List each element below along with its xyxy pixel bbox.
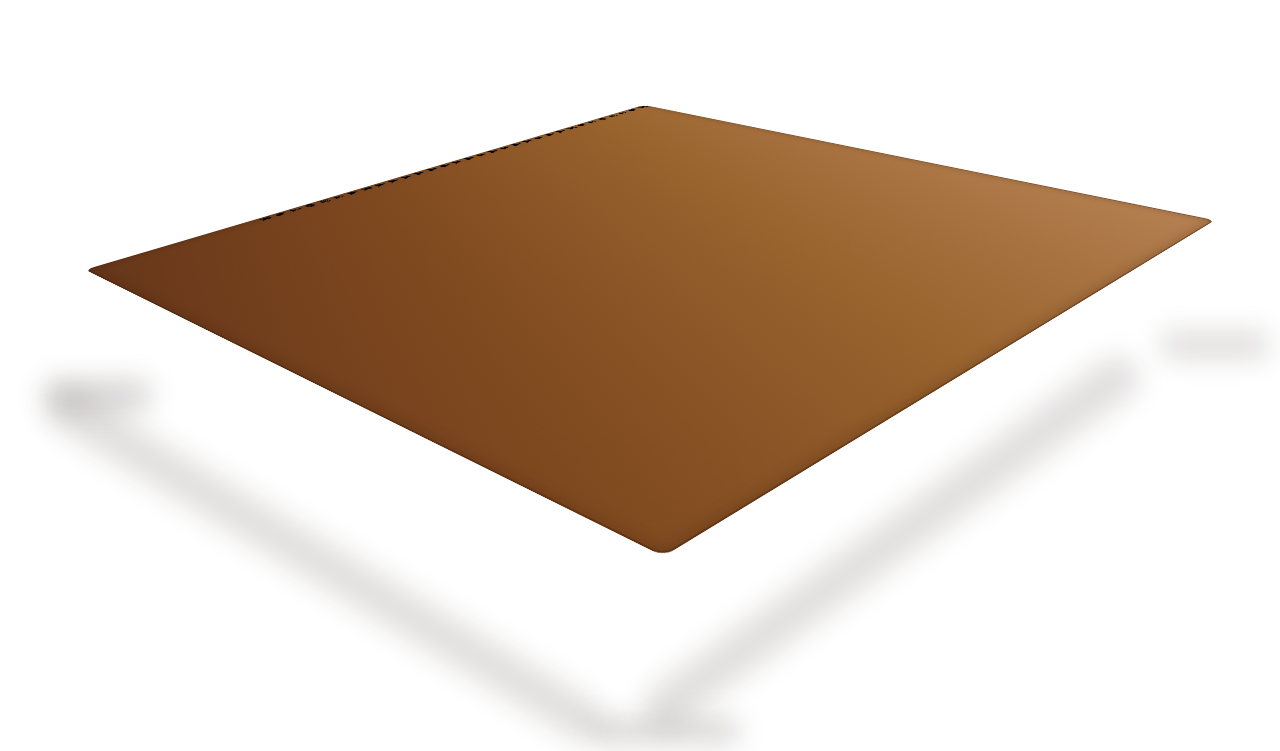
chess-set-photo: ♜♞♝♛♚♝♞♜♟♟♟♟♟♟♟♟♟♟♟♟♟♟♟♟♜♞♝♛♚♝♞♜ [0, 0, 1280, 751]
scene-3d: ♜♞♝♛♚♝♞♜♟♟♟♟♟♟♟♟♟♟♟♟♟♟♟♟♜♞♝♛♚♝♞♜ [0, 0, 1280, 751]
chess-case-top: ♜♞♝♛♚♝♞♜♟♟♟♟♟♟♟♟♟♟♟♟♟♟♟♟♜♞♝♛♚♝♞♜ [85, 105, 1215, 557]
